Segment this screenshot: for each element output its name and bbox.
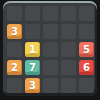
board-cell-r1c3[interactable]	[43, 6, 58, 21]
board-grid: 3152763	[7, 6, 94, 93]
board-cell-r5c3[interactable]	[43, 78, 58, 93]
board-cell-r1c5[interactable]	[79, 6, 94, 21]
board-cell-r3c1[interactable]	[7, 42, 22, 57]
board-cell-r5c1[interactable]	[7, 78, 22, 93]
game-board: 3152763	[3, 1, 97, 96]
board-cell-r4c3[interactable]	[43, 60, 58, 75]
board-cell-r1c1[interactable]	[7, 6, 22, 21]
board-cell-r3c4[interactable]	[61, 42, 76, 57]
tile-6-r4c5[interactable]: 6	[79, 60, 94, 75]
tile-2-r4c1[interactable]: 2	[7, 60, 22, 75]
board-cell-r2c3[interactable]	[43, 24, 58, 39]
board-cell-r1c4[interactable]	[61, 6, 76, 21]
board-cell-r1c2[interactable]	[25, 6, 40, 21]
tile-3-r2c1[interactable]: 3	[7, 24, 22, 39]
tile-3-r5c2[interactable]: 3	[25, 78, 40, 93]
board-cell-r2c2[interactable]	[25, 24, 40, 39]
board-cell-r5c5[interactable]	[79, 78, 94, 93]
board-cell-r2c4[interactable]	[61, 24, 76, 39]
tile-7-r4c2[interactable]: 7	[25, 60, 40, 75]
board-cell-r3c3[interactable]	[43, 42, 58, 57]
board-cell-r4c4[interactable]	[61, 60, 76, 75]
board-cell-r2c5[interactable]	[79, 24, 94, 39]
board-cell-r5c4[interactable]	[61, 78, 76, 93]
tile-1-r3c2[interactable]: 1	[25, 42, 40, 57]
tile-5-r3c5[interactable]: 5	[79, 42, 94, 57]
